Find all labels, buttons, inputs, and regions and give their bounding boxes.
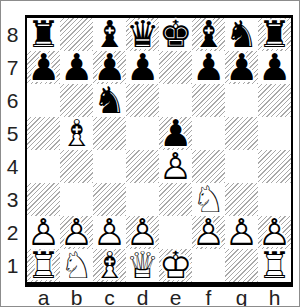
square-a7[interactable]: ♟ [27,51,60,84]
piece-black-pawn-f7[interactable]: ♟ [192,51,225,84]
square-g7[interactable]: ♟ [225,51,258,84]
square-b7[interactable]: ♟ [60,51,93,84]
square-d1[interactable]: ♕ [126,249,159,282]
rank-label-4: 4 [1,150,24,183]
square-d5[interactable] [126,117,159,150]
file-label-f: f [192,288,225,307]
square-a5[interactable] [27,117,60,150]
square-c1[interactable]: ♗ [93,249,126,282]
piece-white-pawn-g2[interactable]: ♙ [225,216,258,249]
rank-label-8: 8 [1,18,24,51]
file-label-h: h [258,288,291,307]
rank-label-3: 3 [1,183,24,216]
square-h1[interactable]: ♖ [258,249,291,282]
rank-labels: 87654321 [1,18,24,282]
piece-white-bishop-c1[interactable]: ♗ [93,249,126,282]
square-e1[interactable]: ♔ [159,249,192,282]
piece-black-knight-c6[interactable]: ♞ [93,84,126,117]
square-a1[interactable]: ♖ [27,249,60,282]
rank-label-2: 2 [1,216,24,249]
square-g4[interactable] [225,150,258,183]
square-h4[interactable] [258,150,291,183]
piece-white-queen-d1[interactable]: ♕ [126,249,159,282]
piece-white-knight-b1[interactable]: ♘ [60,249,93,282]
rank-label-5: 5 [1,117,24,150]
file-label-g: g [225,288,258,307]
square-a4[interactable] [27,150,60,183]
square-e4[interactable]: ♙ [159,150,192,183]
piece-white-rook-a1[interactable]: ♖ [27,249,60,282]
file-label-b: b [60,288,93,307]
square-c6[interactable]: ♞ [93,84,126,117]
piece-black-pawn-g7[interactable]: ♟ [225,51,258,84]
square-b5[interactable]: ♗ [60,117,93,150]
piece-black-pawn-h7[interactable]: ♟ [258,51,291,84]
file-label-a: a [27,288,60,307]
square-g5[interactable] [225,117,258,150]
square-e8[interactable]: ♚ [159,18,192,51]
piece-white-pawn-e4[interactable]: ♙ [159,150,192,183]
file-label-d: d [126,288,159,307]
square-b1[interactable]: ♘ [60,249,93,282]
square-h7[interactable]: ♟ [258,51,291,84]
chess-board: ♜♝♛♚♝♞♜♟♟♟♟♟♟♟♞♗♟♙♘♙♙♙♙♙♙♙♖♘♗♕♔♖ [25,15,293,287]
square-g2[interactable]: ♙ [225,216,258,249]
piece-white-king-e1[interactable]: ♔ [159,249,192,282]
file-label-c: c [93,288,126,307]
square-d4[interactable] [126,150,159,183]
rank-label-1: 1 [1,249,24,282]
file-label-e: e [159,288,192,307]
chess-diagram: 87654321 ♜♝♛♚♝♞♜♟♟♟♟♟♟♟♞♗♟♙♘♙♙♙♙♙♙♙♖♘♗♕♔… [0,0,300,307]
file-labels: abcdefgh [27,288,291,307]
piece-black-king-e8[interactable]: ♚ [159,18,192,51]
piece-white-bishop-b5[interactable]: ♗ [60,117,93,150]
piece-black-pawn-a7[interactable]: ♟ [27,51,60,84]
square-f2[interactable]: ♙ [192,216,225,249]
piece-white-rook-h1[interactable]: ♖ [258,249,291,282]
square-f5[interactable] [192,117,225,150]
square-f7[interactable]: ♟ [192,51,225,84]
square-h5[interactable] [258,117,291,150]
piece-black-pawn-b7[interactable]: ♟ [60,51,93,84]
piece-white-pawn-f2[interactable]: ♙ [192,216,225,249]
rank-label-7: 7 [1,51,24,84]
square-d7[interactable]: ♟ [126,51,159,84]
piece-black-pawn-d7[interactable]: ♟ [126,51,159,84]
square-c4[interactable] [93,150,126,183]
rank-label-6: 6 [1,84,24,117]
